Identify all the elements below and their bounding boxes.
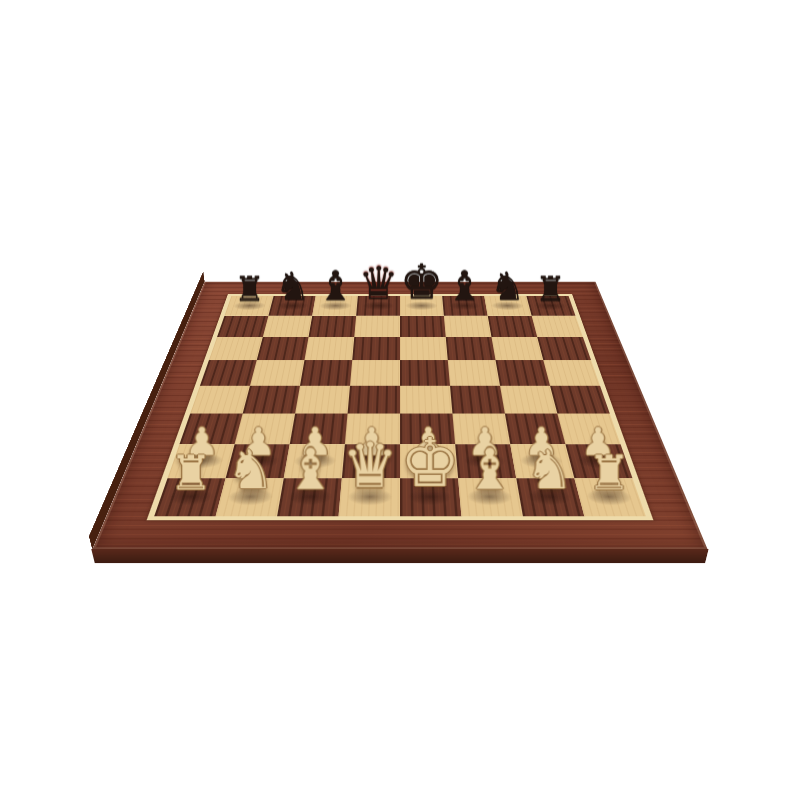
square-f8[interactable]: ♝	[442, 296, 488, 316]
square-e1[interactable]: ♚	[400, 478, 461, 516]
square-b5[interactable]	[250, 360, 304, 385]
product-photo-scene: ♜♞♝♛♚♝♞♜♟♟♟♟♟♟♟♟♜♞♝♛♚♝♞♜	[0, 0, 800, 800]
board-grid: ♜♞♝♛♚♝♞♜♟♟♟♟♟♟♟♟♜♞♝♛♚♝♞♜	[154, 296, 646, 516]
square-a4[interactable]	[190, 386, 250, 414]
square-d7[interactable]	[354, 316, 400, 337]
square-b8[interactable]: ♞	[268, 296, 315, 316]
square-f6[interactable]	[446, 337, 496, 360]
square-f5[interactable]	[448, 360, 500, 385]
square-f2[interactable]: ♟	[455, 444, 516, 478]
square-c6[interactable]	[304, 337, 354, 360]
square-f3[interactable]	[452, 414, 510, 445]
square-b1[interactable]: ♞	[216, 478, 284, 516]
black-queen: ♛	[357, 261, 400, 306]
square-b7[interactable]	[263, 316, 312, 337]
black-knight: ♞	[486, 267, 529, 306]
square-c1[interactable]: ♝	[277, 478, 342, 516]
square-g3[interactable]	[505, 414, 566, 445]
square-h3[interactable]	[557, 414, 620, 445]
board-inner-border: ♜♞♝♛♚♝♞♜♟♟♟♟♟♟♟♟♜♞♝♛♚♝♞♜	[147, 294, 654, 520]
square-a5[interactable]	[200, 360, 257, 385]
square-d2[interactable]: ♟	[342, 444, 400, 478]
square-h7[interactable]	[532, 316, 583, 337]
square-f7[interactable]	[444, 316, 492, 337]
square-b6[interactable]	[257, 337, 309, 360]
square-c2[interactable]: ♟	[284, 444, 345, 478]
square-d1[interactable]: ♛	[339, 478, 400, 516]
square-c5[interactable]	[300, 360, 352, 385]
square-b4[interactable]	[243, 386, 300, 414]
square-f1[interactable]: ♝	[458, 478, 523, 516]
square-h1[interactable]: ♜	[574, 478, 645, 516]
square-a6[interactable]	[209, 337, 263, 360]
square-c3[interactable]	[290, 414, 348, 445]
square-g7[interactable]	[488, 316, 537, 337]
square-g2[interactable]: ♟	[510, 444, 574, 478]
square-e6[interactable]	[400, 337, 448, 360]
square-a8[interactable]: ♜	[225, 296, 274, 316]
square-d5[interactable]	[350, 360, 400, 385]
square-h4[interactable]	[550, 386, 610, 414]
square-h2[interactable]: ♟	[565, 444, 632, 478]
black-king: ♚	[400, 258, 443, 306]
square-h5[interactable]	[543, 360, 600, 385]
board-front-edge	[91, 549, 709, 563]
square-g8[interactable]: ♞	[484, 296, 531, 316]
square-e4[interactable]	[400, 386, 452, 414]
square-c8[interactable]: ♝	[312, 296, 358, 316]
black-rook: ♜	[529, 271, 572, 305]
square-g6[interactable]	[491, 337, 543, 360]
square-d8[interactable]: ♛	[356, 296, 400, 316]
square-a3[interactable]	[179, 414, 242, 445]
square-h6[interactable]	[537, 337, 591, 360]
square-e7[interactable]	[400, 316, 446, 337]
square-e5[interactable]	[400, 360, 450, 385]
square-a1[interactable]: ♜	[154, 478, 225, 516]
square-a2[interactable]: ♟	[168, 444, 235, 478]
square-a7[interactable]	[217, 316, 268, 337]
square-e2[interactable]: ♟	[400, 444, 458, 478]
black-bishop: ♝	[314, 265, 357, 305]
square-d3[interactable]	[345, 414, 400, 445]
black-knight: ♞	[271, 267, 314, 306]
square-c4[interactable]	[295, 386, 350, 414]
square-g1[interactable]: ♞	[516, 478, 584, 516]
square-e3[interactable]	[400, 414, 455, 445]
square-b2[interactable]: ♟	[226, 444, 290, 478]
square-e8[interactable]: ♚	[400, 296, 444, 316]
square-b3[interactable]	[235, 414, 296, 445]
board-frame: ♜♞♝♛♚♝♞♜♟♟♟♟♟♟♟♟♜♞♝♛♚♝♞♜	[93, 282, 708, 549]
square-d6[interactable]	[352, 337, 400, 360]
square-c7[interactable]	[309, 316, 357, 337]
square-g4[interactable]	[500, 386, 557, 414]
square-h8[interactable]: ♜	[526, 296, 575, 316]
white-rook: ♜	[161, 449, 221, 497]
white-rook: ♜	[579, 449, 639, 497]
square-g5[interactable]	[496, 360, 550, 385]
chessboard-wrapper: ♜♞♝♛♚♝♞♜♟♟♟♟♟♟♟♟♜♞♝♛♚♝♞♜	[161, 147, 639, 625]
square-d4[interactable]	[348, 386, 400, 414]
square-f4[interactable]	[450, 386, 505, 414]
chessboard: ♜♞♝♛♚♝♞♜♟♟♟♟♟♟♟♟♜♞♝♛♚♝♞♜	[93, 282, 708, 549]
black-rook: ♜	[228, 271, 271, 305]
black-bishop: ♝	[443, 265, 486, 305]
